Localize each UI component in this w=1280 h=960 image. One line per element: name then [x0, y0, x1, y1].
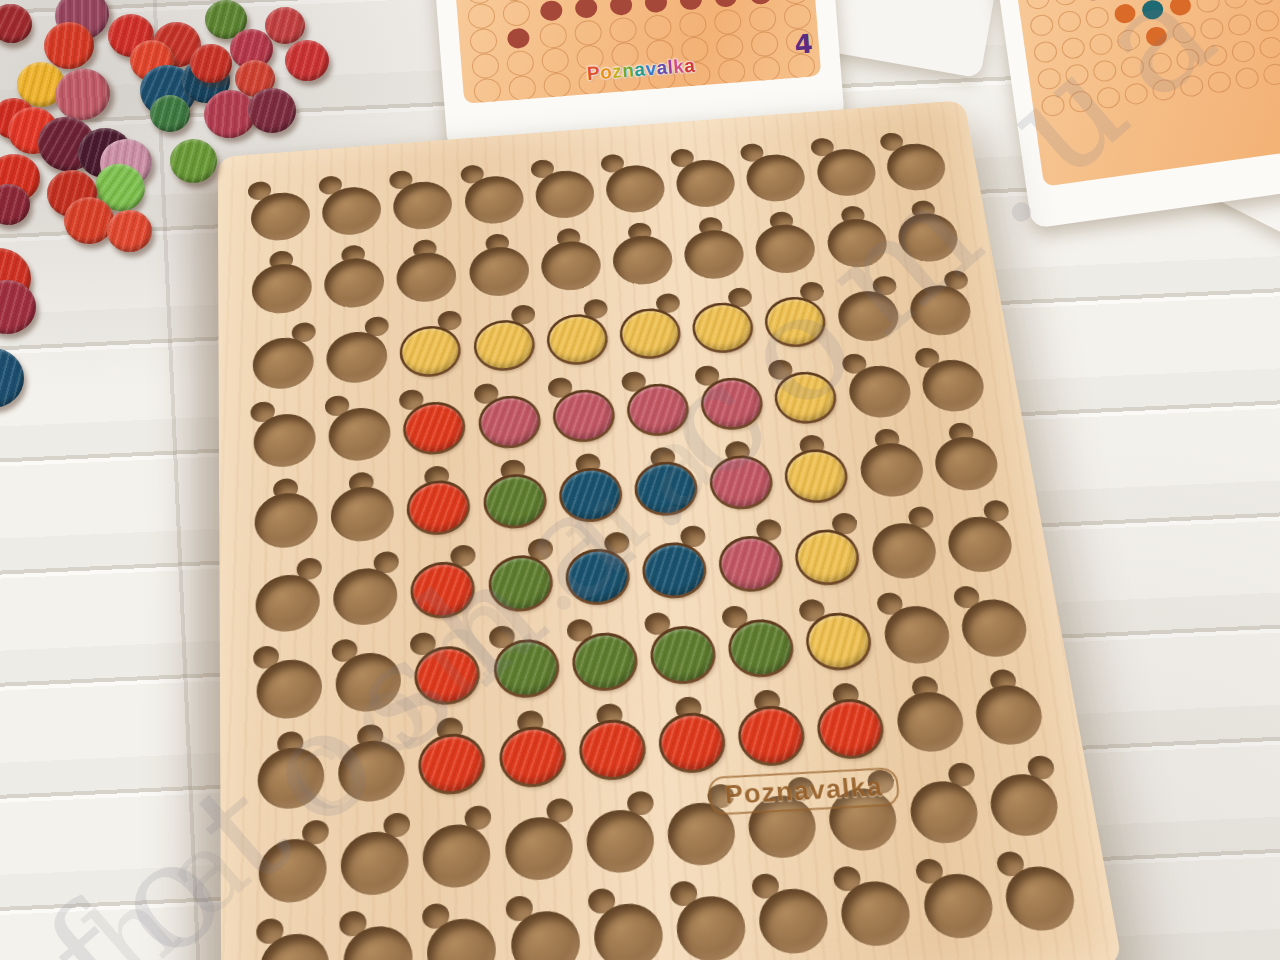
loose-disc[interactable]	[265, 7, 305, 44]
hole-r1c4[interactable]	[456, 159, 532, 235]
hole-r7c2[interactable]	[328, 631, 410, 725]
loose-disc[interactable]	[150, 95, 190, 132]
hole-r10c6[interactable]	[665, 872, 757, 960]
loose-discs-pile	[0, 0, 360, 440]
card-empty-circle	[469, 27, 498, 54]
hole-r10c4[interactable]	[500, 887, 590, 960]
card-empty-circle	[1254, 8, 1280, 32]
card-cell	[1093, 82, 1124, 113]
hole-r10c5[interactable]	[583, 880, 674, 960]
hole	[330, 485, 395, 544]
hole	[895, 211, 961, 263]
card-empty-circle	[1203, 43, 1229, 67]
hole-r3c10[interactable]	[898, 267, 983, 347]
card-empty-circle	[573, 19, 602, 46]
hole-r6c7[interactable]	[708, 515, 794, 604]
hole	[753, 223, 818, 276]
card-cell	[1141, 21, 1172, 52]
card-cell	[536, 46, 573, 74]
hole-r7c7[interactable]	[717, 598, 805, 691]
hole-r8c3[interactable]	[410, 711, 495, 808]
card-empty-circle	[1120, 55, 1146, 79]
card-cell	[1026, 10, 1057, 41]
hole-r2c8[interactable]	[745, 207, 826, 285]
card-cell	[709, 8, 746, 36]
hole-r8c7[interactable]	[727, 684, 817, 780]
hole-r6c10[interactable]	[935, 496, 1025, 585]
hole-r3c5[interactable]	[538, 296, 617, 377]
card-cell	[1113, 25, 1144, 56]
card-empty-circle	[1230, 39, 1256, 63]
hole-r5c5[interactable]	[549, 448, 631, 535]
hole-r7c10[interactable]	[948, 578, 1040, 670]
card-empty-circle	[717, 58, 746, 85]
hole-r5c3[interactable]	[399, 460, 479, 547]
card-cell	[1057, 32, 1088, 63]
hole-r7c3[interactable]	[406, 625, 489, 719]
card-cell	[1037, 90, 1068, 121]
card-empty-circle	[505, 49, 534, 76]
card-dot	[1141, 0, 1164, 20]
card-cell	[1054, 6, 1085, 37]
card-empty-circle	[748, 5, 777, 32]
card-empty-circle	[1123, 81, 1149, 105]
card-cell	[1081, 2, 1112, 33]
card-empty-circle	[540, 47, 569, 74]
hole-r4c7[interactable]	[690, 359, 773, 442]
card-empty-circle	[1175, 47, 1201, 71]
hole-r3c6[interactable]	[610, 290, 690, 371]
card-empty-circle	[713, 8, 742, 35]
card-cell	[748, 55, 785, 83]
card-empty-circle	[1234, 66, 1260, 90]
card-empty-circle	[1068, 89, 1094, 113]
hole	[254, 491, 318, 550]
hole-r1c9[interactable]	[806, 132, 887, 207]
card-empty-circle	[1179, 74, 1205, 98]
hole	[503, 815, 574, 883]
card-empty-circle	[1116, 28, 1142, 52]
card-dot	[748, 0, 772, 5]
hole-r4c6[interactable]	[617, 365, 699, 448]
card-empty-circle	[1262, 62, 1280, 86]
card-empty-circle	[472, 77, 501, 104]
hole-r6c1[interactable]	[248, 554, 327, 645]
hole-r8c6[interactable]	[648, 691, 737, 787]
hole-r5c9[interactable]	[848, 423, 935, 509]
hole-r4c8[interactable]	[764, 353, 848, 436]
card-empty-circle	[1151, 77, 1177, 101]
hole-r10c3[interactable]	[418, 895, 506, 960]
loose-disc[interactable]	[248, 88, 296, 133]
hole-r5c1[interactable]	[248, 473, 326, 561]
hole-r2c4[interactable]	[460, 229, 537, 307]
hole-r10c8[interactable]	[828, 858, 923, 960]
card-empty-circle	[608, 16, 637, 43]
hole-r2c10[interactable]	[886, 196, 969, 273]
hole	[333, 566, 399, 627]
card-empty-circle	[783, 2, 812, 29]
loose-disc[interactable]	[170, 139, 217, 183]
card-empty-circle	[1025, 0, 1051, 10]
hole-r9c1[interactable]	[251, 816, 335, 917]
card-cell	[713, 57, 750, 85]
loose-disc[interactable]	[0, 280, 36, 334]
card-dot	[1169, 0, 1192, 16]
hole	[611, 234, 675, 287]
card-cell	[1089, 55, 1120, 86]
hole-r1c8[interactable]	[736, 137, 816, 212]
card-empty-circle	[467, 2, 496, 29]
card-empty-circle	[1033, 40, 1059, 64]
hole-r9c4[interactable]	[495, 794, 583, 895]
hole	[257, 745, 325, 811]
hole-r4c3[interactable]	[395, 383, 474, 467]
hole	[835, 289, 902, 343]
card-cell	[1228, 36, 1259, 67]
hole-r5c10[interactable]	[922, 417, 1010, 502]
hole-r9c10[interactable]	[976, 752, 1072, 851]
reference-card-grid	[457, 0, 820, 104]
hole	[931, 435, 1001, 493]
card-cell	[1033, 63, 1064, 94]
hole-r2c6[interactable]	[603, 218, 682, 296]
loose-disc[interactable]	[64, 197, 114, 244]
card-dot	[1082, 0, 1105, 1]
hole-r8c5[interactable]	[569, 698, 656, 795]
card-empty-circle	[1199, 16, 1225, 40]
card-cell	[499, 24, 536, 52]
hole	[907, 283, 975, 337]
card-cell	[538, 71, 575, 99]
hole	[422, 822, 493, 891]
hole	[468, 245, 531, 298]
card-cell	[711, 33, 748, 61]
card-empty-circle	[1195, 0, 1221, 13]
card-empty-circle	[1147, 51, 1173, 75]
card-empty-circle	[1040, 93, 1066, 117]
card-empty-circle	[1171, 20, 1197, 44]
card-cell	[1085, 28, 1116, 59]
hole-r6c4[interactable]	[479, 535, 562, 625]
hole-r3c3[interactable]	[392, 307, 469, 388]
hole-r10c10[interactable]	[991, 843, 1089, 946]
hole-r1c7[interactable]	[666, 143, 745, 218]
card-cell	[1259, 59, 1280, 90]
hole-r9c9[interactable]	[896, 759, 990, 858]
hole-r9c5[interactable]	[576, 787, 665, 887]
card-cell	[746, 30, 783, 58]
card-cell	[501, 49, 538, 77]
card-empty-circle	[1096, 85, 1122, 109]
hole-r10c9[interactable]	[910, 850, 1006, 953]
card-empty-circle	[470, 52, 499, 79]
hole-r5c8[interactable]	[773, 430, 859, 516]
hole-r8c8[interactable]	[805, 677, 896, 773]
hole-r7c4[interactable]	[484, 618, 569, 711]
hole	[857, 441, 927, 499]
card-empty-circle	[501, 0, 530, 27]
hole	[893, 690, 967, 755]
loose-disc[interactable]	[190, 44, 232, 83]
card-cell	[1231, 62, 1262, 93]
hole-r6c3[interactable]	[402, 541, 484, 631]
card-cell	[466, 52, 503, 80]
card-empty-circle	[678, 11, 707, 38]
card-cell	[1065, 86, 1096, 117]
card-dot	[1145, 25, 1168, 47]
hole-r5c7[interactable]	[699, 436, 784, 522]
hole-r7c1[interactable]	[249, 638, 330, 732]
loose-disc[interactable]	[0, 348, 24, 408]
hole	[259, 836, 328, 905]
card-empty-circle	[1029, 13, 1055, 37]
hole-r9c2[interactable]	[333, 809, 418, 910]
card-empty-circle	[1064, 62, 1090, 86]
card-cell	[468, 77, 505, 104]
hole-r3c8[interactable]	[754, 279, 837, 359]
hole-r3c4[interactable]	[465, 302, 543, 383]
hole-r4c4[interactable]	[469, 377, 549, 461]
card-cell	[1176, 70, 1207, 101]
card-empty-circle	[507, 74, 536, 101]
card-cell	[1061, 59, 1092, 90]
hole-r8c9[interactable]	[883, 670, 975, 765]
card-empty-circle	[1036, 66, 1062, 90]
hole-r1c6[interactable]	[597, 148, 675, 223]
card-empty-circle	[643, 13, 672, 40]
tilted-card-panel	[997, 0, 1280, 187]
card-empty-circle	[1092, 59, 1118, 83]
card-cell	[497, 0, 534, 27]
hole-r7c8[interactable]	[794, 592, 883, 684]
loose-disc[interactable]	[0, 1, 35, 47]
card-cell	[1168, 17, 1199, 48]
card-cell	[779, 2, 816, 30]
card-cell	[1120, 78, 1151, 109]
hole-r6c5[interactable]	[556, 528, 640, 618]
card-dot	[506, 27, 530, 49]
card-empty-circle	[1258, 35, 1280, 59]
card-cell	[1255, 32, 1280, 63]
hole-r3c7[interactable]	[682, 284, 764, 364]
card-cell	[1252, 5, 1280, 36]
card-dot	[713, 0, 737, 7]
tilted-card-grid	[1003, 0, 1280, 120]
card-cell	[569, 19, 606, 47]
card-cell	[674, 10, 711, 38]
hole-r8c4[interactable]	[489, 704, 575, 801]
hole-r7c5[interactable]	[562, 611, 648, 704]
card-cell	[465, 27, 502, 55]
card-empty-circle	[752, 55, 781, 82]
hole-r2c7[interactable]	[674, 212, 754, 290]
card-empty-circle	[1227, 12, 1253, 36]
hole-r5c6[interactable]	[624, 442, 708, 528]
reference-card-panel	[450, 0, 821, 104]
hole-r7c9[interactable]	[871, 585, 961, 677]
hole-r6c6[interactable]	[632, 522, 717, 612]
hole-r6c2[interactable]	[325, 548, 406, 639]
hole-r8c1[interactable]	[250, 725, 332, 823]
card-dot	[1113, 2, 1136, 24]
hole-r5c2[interactable]	[323, 467, 402, 554]
card-cell	[463, 2, 500, 30]
hole-r2c5[interactable]	[532, 223, 610, 301]
hole	[906, 779, 982, 846]
hole-r10c1[interactable]	[252, 910, 338, 960]
card-empty-circle	[538, 22, 567, 49]
card-empty-circle	[1223, 0, 1249, 10]
hole-r4c9[interactable]	[837, 347, 922, 430]
card-empty-circle	[1057, 9, 1083, 33]
card-dot	[609, 0, 633, 16]
card-cell	[534, 21, 571, 49]
hole	[986, 772, 1062, 839]
card-empty-circle	[715, 33, 744, 60]
hole-r8c2[interactable]	[330, 718, 414, 815]
card-cell	[1117, 51, 1148, 82]
card-cell	[1204, 66, 1235, 97]
loose-disc[interactable]	[107, 210, 152, 252]
photo-scene: Poznavalka Poznavalka 4 Poznavalka fotos…	[0, 0, 1280, 960]
card-number: 4	[793, 28, 813, 59]
hole-r7c6[interactable]	[640, 605, 727, 698]
card-cell	[1196, 13, 1227, 44]
card-dot	[679, 0, 703, 10]
hole-r2c3[interactable]	[389, 235, 465, 314]
hole	[869, 521, 940, 581]
card-empty-circle	[1084, 5, 1110, 29]
board-grid	[244, 127, 1088, 960]
card-empty-circle	[1088, 32, 1114, 56]
hole	[255, 573, 320, 635]
card-empty-circle	[1206, 70, 1232, 94]
card-empty-circle	[750, 30, 779, 57]
hole-r9c3[interactable]	[414, 801, 501, 902]
card-empty-circle	[1060, 36, 1086, 60]
hole-r6c9[interactable]	[859, 503, 948, 592]
card-cell	[744, 5, 781, 33]
card-cell	[1200, 40, 1231, 71]
card-cell	[1172, 44, 1203, 75]
card-cell	[639, 13, 676, 41]
card-cell	[503, 74, 540, 102]
hole-r3c9[interactable]	[826, 273, 910, 353]
card-cell	[1148, 74, 1179, 105]
hole-r1c5[interactable]	[526, 153, 603, 229]
card-cell	[1030, 36, 1061, 67]
hole	[584, 807, 656, 875]
hole-r8c10[interactable]	[962, 663, 1056, 758]
card-empty-circle	[542, 71, 571, 98]
hole-r10c2[interactable]	[335, 902, 422, 960]
hole-r10c7[interactable]	[747, 865, 841, 960]
hole	[682, 228, 747, 281]
hole	[340, 829, 410, 898]
card-dot	[539, 0, 563, 21]
hole-r4c10[interactable]	[910, 341, 996, 424]
hole-r2c9[interactable]	[816, 201, 898, 278]
card-dot	[574, 0, 598, 18]
card-dot	[644, 0, 668, 13]
hole-r6c8[interactable]	[784, 509, 872, 598]
card-empty-circle	[1053, 0, 1079, 6]
hole-r1c3[interactable]	[386, 164, 461, 240]
hole	[972, 683, 1047, 748]
card-cell	[604, 16, 641, 44]
hole	[396, 251, 458, 304]
hole-r5c4[interactable]	[474, 454, 555, 541]
hole	[944, 515, 1016, 575]
hole-r4c5[interactable]	[543, 371, 624, 455]
hole	[824, 217, 890, 270]
card-cell	[1224, 9, 1255, 40]
hole-r1c10[interactable]	[875, 127, 956, 202]
loose-disc[interactable]	[285, 40, 329, 81]
card-empty-circle	[1251, 0, 1277, 6]
hole	[539, 239, 602, 292]
card-cell	[1144, 47, 1175, 78]
hole	[338, 738, 406, 804]
card-cell	[532, 0, 569, 24]
